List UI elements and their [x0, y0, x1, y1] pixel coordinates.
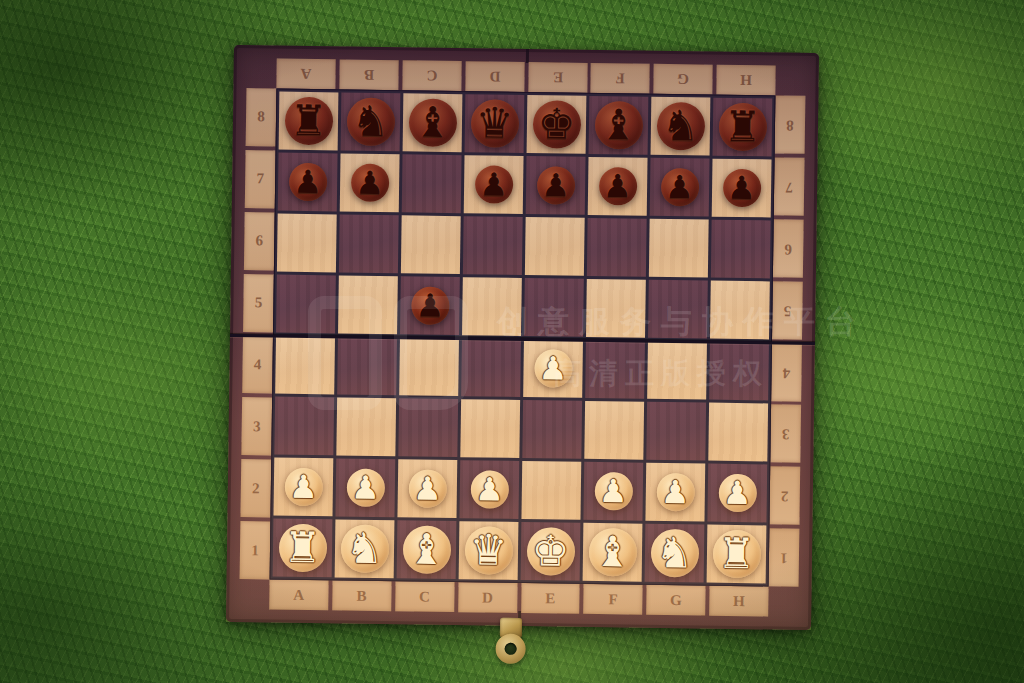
- square-a3[interactable]: [274, 397, 334, 456]
- black-pawn-glyph: ♟: [541, 169, 570, 201]
- square-d5[interactable]: [462, 277, 522, 336]
- square-c2[interactable]: ♟: [397, 459, 457, 518]
- white-bishop-f1[interactable]: ♝: [593, 531, 631, 574]
- file-label-h: H: [709, 586, 768, 617]
- square-a5[interactable]: [276, 275, 336, 334]
- rank-label-5: 5: [243, 274, 274, 332]
- square-d4[interactable]: [461, 338, 521, 397]
- file-label-g: G: [646, 585, 705, 616]
- black-pawn-glyph: ♟: [603, 170, 632, 202]
- square-g4[interactable]: [647, 341, 707, 400]
- black-rook-a8[interactable]: ♜: [289, 100, 327, 143]
- square-h5[interactable]: [710, 281, 770, 340]
- rank-label-5: 5: [772, 281, 803, 339]
- square-g7[interactable]: ♟: [650, 158, 710, 217]
- square-b6[interactable]: [339, 214, 399, 273]
- white-knight-b1[interactable]: ♞: [345, 528, 383, 571]
- black-bishop-glyph: ♝: [413, 101, 451, 144]
- black-pawn-glyph: ♟: [727, 172, 756, 204]
- square-d1[interactable]: ♛: [459, 521, 519, 580]
- black-knight-glyph: ♞: [661, 105, 699, 148]
- square-b5[interactable]: [338, 275, 398, 334]
- white-bishop-c1[interactable]: ♝: [407, 528, 445, 571]
- black-knight-glyph: ♞: [351, 101, 389, 144]
- square-f7[interactable]: ♟: [588, 157, 648, 216]
- square-f2[interactable]: ♟: [583, 462, 643, 521]
- white-pawn-b2[interactable]: ♟: [351, 472, 380, 504]
- black-rook-glyph: ♜: [289, 100, 327, 143]
- square-c3[interactable]: [398, 398, 458, 457]
- black-pawn-glyph: ♟: [355, 167, 384, 199]
- square-d3[interactable]: [460, 399, 520, 458]
- white-pawn-glyph: ♟: [289, 471, 318, 503]
- white-pawn-g2[interactable]: ♟: [661, 476, 690, 508]
- white-pawn-glyph: ♟: [661, 476, 690, 508]
- square-h3[interactable]: [708, 403, 768, 462]
- square-e7[interactable]: ♟: [526, 156, 586, 215]
- file-label-g: G: [654, 64, 713, 95]
- square-f8[interactable]: ♝: [589, 96, 649, 155]
- square-d2[interactable]: ♟: [459, 460, 519, 519]
- file-label-c: C: [395, 581, 454, 612]
- white-knight-glyph: ♞: [345, 528, 383, 571]
- white-pawn-glyph: ♟: [723, 477, 752, 509]
- black-pawn-glyph: ♟: [415, 290, 444, 322]
- square-c8[interactable]: ♝: [403, 93, 463, 152]
- square-e1[interactable]: ♚: [521, 522, 581, 581]
- black-pawn-glyph: ♟: [293, 166, 322, 198]
- file-label-b: B: [339, 59, 398, 90]
- square-b7[interactable]: ♟: [340, 153, 400, 212]
- rank-label-1: 1: [769, 529, 800, 587]
- white-pawn-c2[interactable]: ♟: [413, 472, 442, 504]
- square-h8[interactable]: ♜: [713, 98, 773, 157]
- rank-label-8: 8: [246, 88, 277, 146]
- square-g2[interactable]: ♟: [645, 463, 705, 522]
- black-pawn-e7[interactable]: ♟: [541, 169, 570, 201]
- square-a7[interactable]: ♟: [278, 153, 338, 212]
- clasp-hole: [505, 643, 517, 655]
- square-c1[interactable]: ♝: [397, 520, 457, 579]
- square-a2[interactable]: ♟: [273, 458, 333, 517]
- black-bishop-f8[interactable]: ♝: [599, 104, 637, 147]
- white-pawn-e4[interactable]: ♟: [539, 352, 568, 384]
- square-h6[interactable]: [711, 220, 771, 279]
- square-e5[interactable]: [524, 278, 584, 337]
- rank-label-7: 7: [774, 157, 805, 215]
- white-king-e1[interactable]: ♚: [531, 530, 569, 573]
- black-queen-glyph: ♛: [475, 102, 513, 145]
- white-king-glyph: ♚: [531, 530, 569, 573]
- square-f4[interactable]: [585, 340, 645, 399]
- square-b8[interactable]: ♞: [341, 92, 401, 151]
- white-rook-a1[interactable]: ♜: [283, 527, 321, 570]
- file-label-f: F: [584, 584, 643, 615]
- black-pawn-glyph: ♟: [479, 168, 508, 200]
- white-knight-g1[interactable]: ♞: [655, 532, 693, 575]
- file-label-f: F: [591, 63, 650, 94]
- file-label-a: A: [276, 59, 335, 90]
- black-rook-glyph: ♜: [723, 106, 761, 149]
- white-bishop-glyph: ♝: [407, 528, 445, 571]
- black-knight-g8[interactable]: ♞: [661, 105, 699, 148]
- white-pawn-glyph: ♟: [475, 473, 504, 505]
- white-rook-glyph: ♜: [283, 527, 321, 570]
- rank-label-7: 7: [245, 150, 276, 208]
- white-pawn-f2[interactable]: ♟: [599, 475, 628, 507]
- square-f3[interactable]: [584, 401, 644, 460]
- black-knight-b8[interactable]: ♞: [351, 101, 389, 144]
- rank-label-1: 1: [240, 521, 271, 579]
- file-label-d: D: [465, 61, 524, 92]
- rank-label-2: 2: [769, 467, 800, 525]
- rank-label-3: 3: [770, 405, 801, 463]
- rank-label-3: 3: [241, 397, 272, 455]
- square-f6[interactable]: [587, 218, 647, 277]
- white-rook-h1[interactable]: ♜: [717, 533, 755, 576]
- chess-board: ABCDEFGH ABCDEFGH 87654321 87654321 ♜♞♝♛…: [226, 45, 819, 630]
- file-label-h: H: [717, 65, 776, 96]
- square-e8[interactable]: ♚: [527, 95, 587, 154]
- black-king-e8[interactable]: ♚: [537, 103, 575, 146]
- file-label-c: C: [402, 60, 461, 91]
- black-bishop-glyph: ♝: [599, 104, 637, 147]
- square-b3[interactable]: [336, 397, 396, 456]
- square-f1[interactable]: ♝: [583, 523, 643, 582]
- black-king-glyph: ♚: [537, 103, 575, 146]
- white-pawn-glyph: ♟: [539, 352, 568, 384]
- black-pawn-g7[interactable]: ♟: [665, 171, 694, 203]
- square-c5[interactable]: ♟: [400, 276, 460, 335]
- square-e6[interactable]: [525, 217, 585, 276]
- rank-label-6: 6: [773, 219, 804, 277]
- white-pawn-glyph: ♟: [351, 472, 380, 504]
- black-bishop-c8[interactable]: ♝: [413, 101, 451, 144]
- file-label-e: E: [521, 583, 580, 614]
- black-pawn-glyph: ♟: [665, 171, 694, 203]
- black-queen-d8[interactable]: ♛: [475, 102, 513, 145]
- file-label-b: B: [332, 580, 391, 611]
- white-queen-d1[interactable]: ♛: [469, 529, 507, 572]
- square-h7[interactable]: ♟: [712, 159, 772, 218]
- white-pawn-d2[interactable]: ♟: [475, 473, 504, 505]
- square-d7[interactable]: ♟: [464, 155, 524, 214]
- black-pawn-c5[interactable]: ♟: [415, 290, 444, 322]
- square-b1[interactable]: ♞: [335, 519, 395, 578]
- square-h4[interactable]: [709, 342, 769, 401]
- square-g3[interactable]: [646, 402, 706, 461]
- square-f5[interactable]: [586, 279, 646, 338]
- black-pawn-d7[interactable]: ♟: [479, 168, 508, 200]
- square-a8[interactable]: ♜: [279, 92, 339, 151]
- rank-label-6: 6: [244, 212, 275, 270]
- rank-label-4: 4: [242, 336, 273, 394]
- square-h2[interactable]: ♟: [707, 464, 767, 523]
- square-b4[interactable]: [337, 336, 397, 395]
- white-queen-glyph: ♛: [469, 529, 507, 572]
- white-pawn-glyph: ♟: [599, 475, 628, 507]
- fold-seam-notch-top: [525, 49, 528, 63]
- rank-label-8: 8: [775, 96, 806, 154]
- square-c4[interactable]: [399, 337, 459, 396]
- square-g1[interactable]: ♞: [645, 524, 705, 583]
- square-h1[interactable]: ♜: [707, 525, 767, 584]
- white-pawn-h2[interactable]: ♟: [723, 477, 752, 509]
- file-label-a: A: [269, 579, 328, 610]
- white-bishop-glyph: ♝: [593, 531, 631, 574]
- square-e3[interactable]: [522, 400, 582, 459]
- square-a6[interactable]: [277, 214, 337, 273]
- square-c6[interactable]: [401, 215, 461, 274]
- white-pawn-a2[interactable]: ♟: [289, 471, 318, 503]
- square-a1[interactable]: ♜: [273, 519, 333, 578]
- black-pawn-a7[interactable]: ♟: [293, 166, 322, 198]
- square-c7[interactable]: [402, 154, 462, 213]
- square-b2[interactable]: ♟: [335, 458, 395, 517]
- black-pawn-f7[interactable]: ♟: [603, 170, 632, 202]
- white-pawn-glyph: ♟: [413, 472, 442, 504]
- square-g6[interactable]: [649, 219, 709, 278]
- rank-label-2: 2: [240, 459, 271, 517]
- square-d8[interactable]: ♛: [465, 94, 525, 153]
- square-g8[interactable]: ♞: [651, 97, 711, 156]
- square-d6[interactable]: [463, 216, 523, 275]
- rank-label-4: 4: [771, 343, 802, 401]
- black-rook-h8[interactable]: ♜: [723, 106, 761, 149]
- square-e2[interactable]: [521, 461, 581, 520]
- square-e4[interactable]: ♟: [523, 339, 583, 398]
- square-g5[interactable]: [648, 280, 708, 339]
- white-rook-glyph: ♜: [717, 533, 755, 576]
- file-label-d: D: [458, 582, 517, 613]
- white-knight-glyph: ♞: [655, 532, 693, 575]
- brass-clasp: [493, 618, 528, 664]
- file-label-e: E: [528, 62, 587, 93]
- black-pawn-h7[interactable]: ♟: [727, 172, 756, 204]
- black-pawn-b7[interactable]: ♟: [355, 167, 384, 199]
- scene: ABCDEFGH ABCDEFGH 87654321 87654321 ♜♞♝♛…: [0, 0, 1024, 683]
- square-a4[interactable]: [275, 336, 335, 395]
